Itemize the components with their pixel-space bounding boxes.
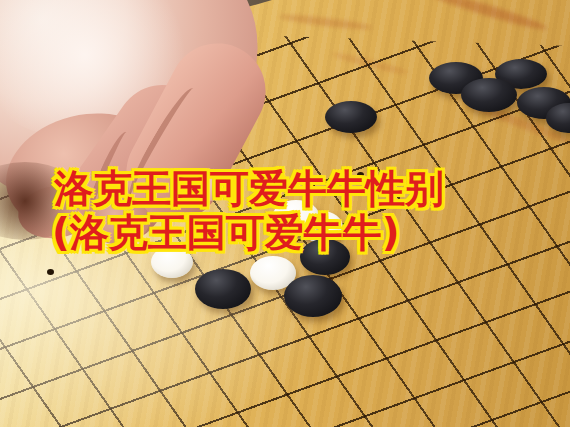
go-photo: 洛克王国可爱牛牛性别 (洛克王国可爱牛牛)	[0, 0, 570, 427]
hand	[0, 0, 570, 427]
